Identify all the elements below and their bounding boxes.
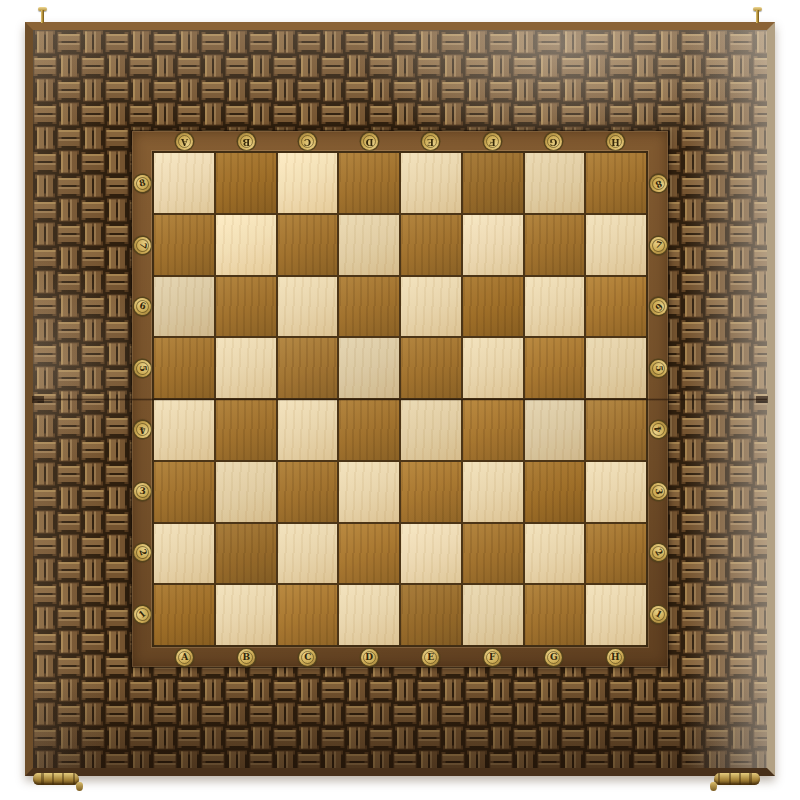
coordinate-stud-left-5: 5: [133, 359, 152, 378]
coordinate-stud-left-4: 4: [132, 420, 152, 440]
square-g7[interactable]: [525, 215, 585, 275]
square-c2[interactable]: [278, 524, 338, 584]
stud-cell: 7: [133, 215, 151, 277]
square-g8[interactable]: [525, 153, 585, 213]
brass-foot-left: [33, 773, 79, 785]
coordinate-stud-bottom-c: C: [299, 649, 316, 666]
square-b2[interactable]: [216, 524, 276, 584]
square-f2[interactable]: [463, 524, 523, 584]
coordinate-stud-right-3: 3: [648, 482, 667, 501]
square-e7[interactable]: [401, 215, 461, 275]
square-e3[interactable]: [401, 462, 461, 522]
square-g6[interactable]: [525, 277, 585, 337]
stud-cell: 2: [133, 522, 151, 584]
stud-cell: F: [462, 132, 524, 150]
hinge-pin-right: [753, 7, 762, 23]
square-c3[interactable]: [278, 462, 338, 522]
stud-cell: 8: [649, 153, 667, 215]
stud-cell: H: [585, 132, 647, 150]
square-e5[interactable]: [401, 338, 461, 398]
square-h1[interactable]: [586, 585, 646, 645]
square-h5[interactable]: [586, 338, 646, 398]
stud-cell: 4: [649, 399, 667, 461]
square-f8[interactable]: [463, 153, 523, 213]
square-h2[interactable]: [586, 524, 646, 584]
square-g5[interactable]: [525, 338, 585, 398]
square-b5[interactable]: [216, 338, 276, 398]
coordinate-stud-top-h: H: [607, 133, 624, 150]
square-e6[interactable]: [401, 277, 461, 337]
stud-cell: H: [585, 648, 647, 666]
coordinate-stud-left-1: 1: [130, 602, 154, 626]
coordinate-stud-left-7: 7: [132, 236, 151, 255]
square-c7[interactable]: [278, 215, 338, 275]
square-g2[interactable]: [525, 524, 585, 584]
square-b6[interactable]: [216, 277, 276, 337]
stud-cell: B: [216, 648, 278, 666]
coordinate-stud-bottom-a: A: [176, 649, 193, 666]
square-a5[interactable]: [154, 338, 214, 398]
square-g4[interactable]: [525, 400, 585, 460]
file-labels-bottom: ABCDEFGH: [154, 648, 646, 666]
coordinate-stud-top-e: E: [422, 133, 439, 150]
square-c5[interactable]: [278, 338, 338, 398]
coordinate-stud-bottom-f: F: [484, 649, 501, 666]
product-photo: ABCDEFGH ABCDEFGH 87654321 87654321: [0, 0, 800, 800]
square-h4[interactable]: [586, 400, 646, 460]
brass-foot-right: [714, 773, 760, 785]
square-h7[interactable]: [586, 215, 646, 275]
square-e4[interactable]: [401, 400, 461, 460]
coordinate-stud-right-8: 8: [647, 173, 669, 195]
square-h3[interactable]: [586, 462, 646, 522]
stud-cell: 8: [133, 153, 151, 215]
hinge-pin-stem-icon: [756, 10, 759, 23]
hinge-pin-left: [38, 7, 47, 23]
square-f6[interactable]: [463, 277, 523, 337]
square-e2[interactable]: [401, 524, 461, 584]
stud-cell: D: [339, 648, 401, 666]
coordinate-stud-top-c: C: [299, 133, 316, 150]
square-c6[interactable]: [278, 277, 338, 337]
stud-cell: G: [523, 648, 585, 666]
stud-cell: B: [216, 132, 278, 150]
square-f3[interactable]: [463, 462, 523, 522]
square-a1[interactable]: [154, 585, 214, 645]
stud-cell: C: [277, 132, 339, 150]
square-b4[interactable]: [216, 400, 276, 460]
stud-cell: 3: [649, 461, 667, 523]
square-h6[interactable]: [586, 277, 646, 337]
square-f5[interactable]: [463, 338, 523, 398]
square-a8[interactable]: [154, 153, 214, 213]
square-c1[interactable]: [278, 585, 338, 645]
square-d2[interactable]: [339, 524, 399, 584]
square-a2[interactable]: [154, 524, 214, 584]
coordinate-stud-top-f: F: [484, 133, 501, 150]
stud-cell: A: [154, 648, 216, 666]
square-a4[interactable]: [154, 400, 214, 460]
square-f7[interactable]: [463, 215, 523, 275]
square-a3[interactable]: [154, 462, 214, 522]
coordinate-stud-right-7: 7: [647, 235, 668, 256]
square-d7[interactable]: [339, 215, 399, 275]
square-d1[interactable]: [339, 585, 399, 645]
square-f1[interactable]: [463, 585, 523, 645]
stud-cell: 6: [649, 276, 667, 338]
stud-cell: 5: [133, 338, 151, 400]
coordinate-stud-left-8: 8: [132, 173, 153, 194]
coordinate-stud-left-6: 6: [132, 297, 152, 317]
square-c4[interactable]: [278, 400, 338, 460]
coordinate-stud-right-2: 2: [646, 541, 669, 564]
square-b3[interactable]: [216, 462, 276, 522]
stud-cell: F: [462, 648, 524, 666]
stud-cell: G: [523, 132, 585, 150]
square-a7[interactable]: [154, 215, 214, 275]
square-f4[interactable]: [463, 400, 523, 460]
stud-cell: D: [339, 132, 401, 150]
stud-cell: 5: [649, 338, 667, 400]
square-b7[interactable]: [216, 215, 276, 275]
coordinate-stud-right-5: 5: [649, 359, 667, 377]
coordinate-stud-bottom-g: G: [545, 649, 562, 666]
coordinate-stud-top-a: A: [176, 133, 193, 150]
square-d4[interactable]: [339, 400, 399, 460]
coordinate-stud-bottom-b: B: [238, 649, 255, 666]
stud-cell: 6: [133, 276, 151, 338]
square-c8[interactable]: [278, 153, 338, 213]
coordinate-stud-bottom-h: H: [607, 649, 624, 666]
hinge-pin-stem-icon: [41, 10, 44, 23]
square-g3[interactable]: [525, 462, 585, 522]
stud-cell: 1: [133, 584, 151, 646]
stud-cell: E: [400, 132, 462, 150]
stud-cell: 2: [649, 522, 667, 584]
stud-cell: E: [400, 648, 462, 666]
stud-cell: 4: [133, 399, 151, 461]
stud-cell: 3: [133, 461, 151, 523]
stud-cell: C: [277, 648, 339, 666]
coordinate-stud-right-1: 1: [647, 603, 670, 626]
square-a6[interactable]: [154, 277, 214, 337]
coordinate-stud-bottom-e: E: [422, 649, 439, 666]
square-d6[interactable]: [339, 277, 399, 337]
coordinate-stud-bottom-d: D: [361, 649, 378, 666]
coordinate-stud-top-g: G: [545, 133, 562, 150]
chess-board: ABCDEFGH ABCDEFGH 87654321 87654321: [25, 22, 775, 776]
fold-seam: [33, 398, 767, 401]
stud-cell: 1: [649, 584, 667, 646]
file-labels-top: ABCDEFGH: [154, 132, 646, 150]
square-b1[interactable]: [216, 585, 276, 645]
coordinate-stud-left-2: 2: [131, 542, 152, 563]
square-d3[interactable]: [339, 462, 399, 522]
square-e1[interactable]: [401, 585, 461, 645]
square-b8[interactable]: [216, 153, 276, 213]
coordinate-stud-right-4: 4: [649, 420, 668, 439]
square-h8[interactable]: [586, 153, 646, 213]
square-d8[interactable]: [339, 153, 399, 213]
square-g1[interactable]: [525, 585, 585, 645]
stud-cell: A: [154, 132, 216, 150]
stud-cell: 7: [649, 215, 667, 277]
square-d5[interactable]: [339, 338, 399, 398]
coordinate-stud-top-b: B: [238, 133, 255, 150]
square-e8[interactable]: [401, 153, 461, 213]
coordinate-stud-top-d: D: [361, 133, 378, 150]
coordinate-stud-right-6: 6: [646, 295, 670, 319]
coordinate-stud-left-3: 3: [133, 482, 151, 500]
